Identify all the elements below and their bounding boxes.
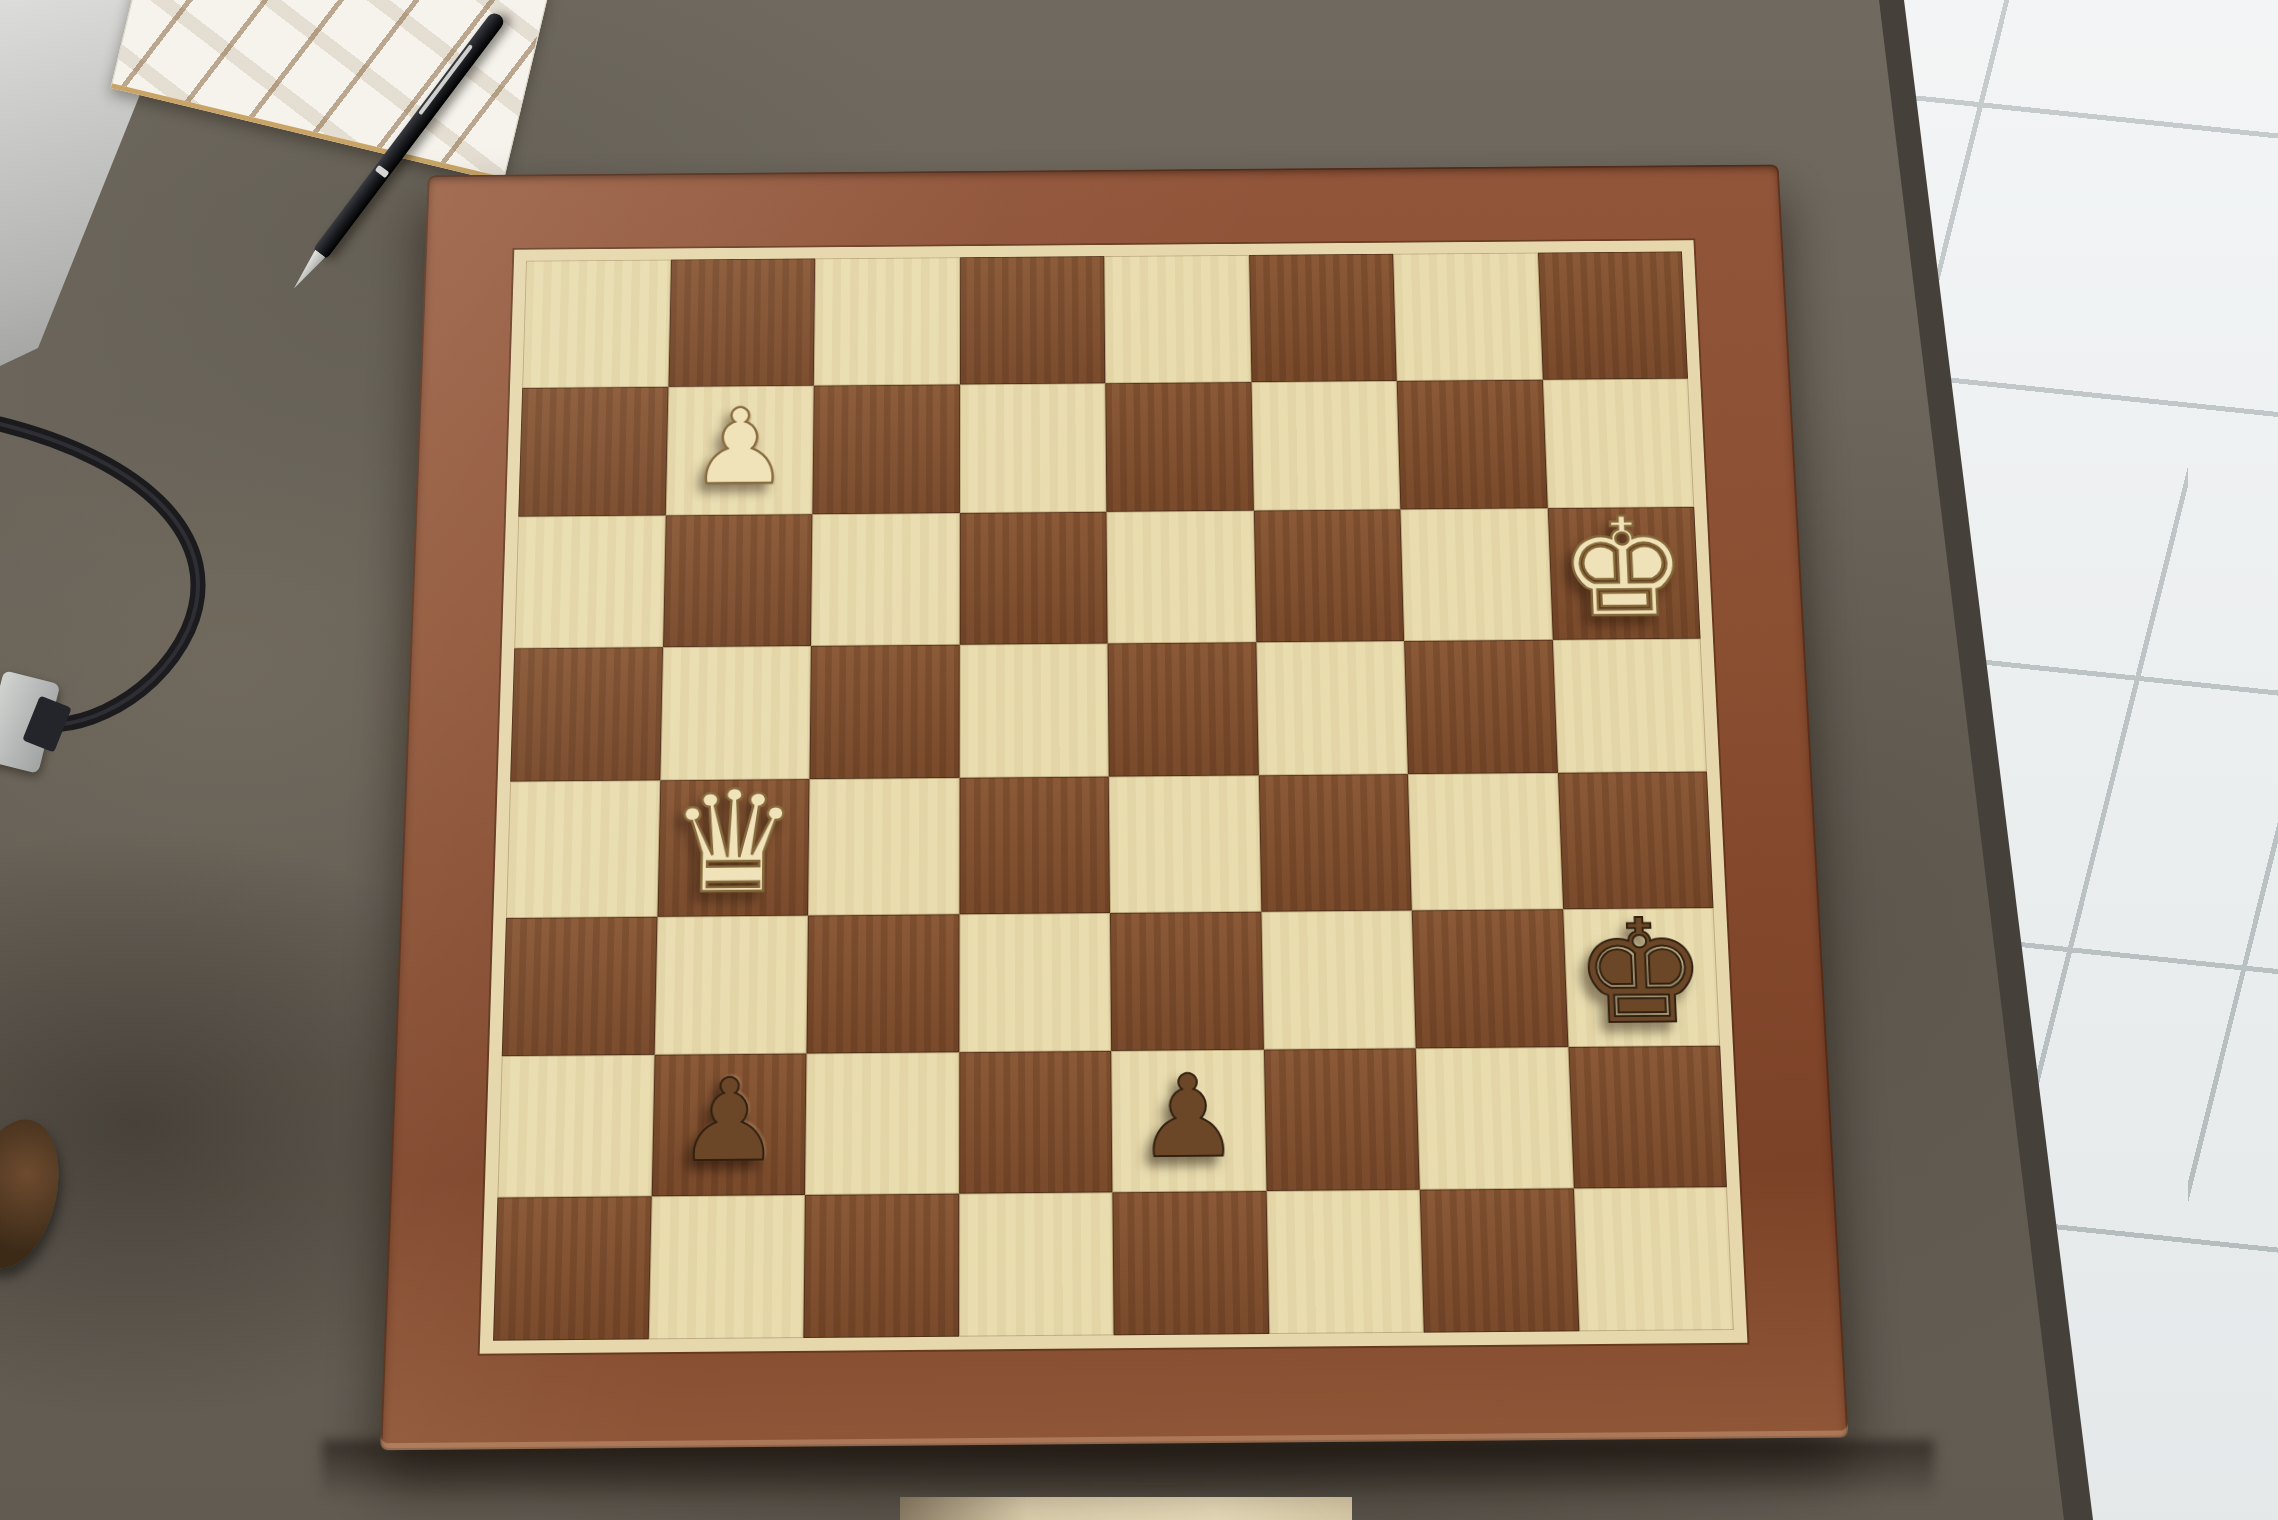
white-pawn-b7: ♟ <box>665 385 813 515</box>
table-pedestal <box>900 1497 1352 1520</box>
chess-board: ♟♚♛♚♟♟ <box>380 165 1848 1451</box>
pieces-layer: ♟♚♛♚♟♟ <box>493 251 1734 1340</box>
board-frame: ♟♚♛♚♟♟ <box>380 165 1848 1451</box>
pawn-glyph: ♟ <box>1136 1060 1242 1174</box>
pawn-glyph: ♟ <box>676 1064 782 1178</box>
black-pawn-b2: ♟ <box>651 1054 806 1196</box>
pen-tip <box>288 249 326 293</box>
king-glyph: ♚ <box>1572 901 1711 1046</box>
king-glyph: ♚ <box>1556 501 1691 638</box>
pen-band <box>375 165 390 178</box>
white-queen-b4: ♛ <box>657 779 809 916</box>
photo-chess-scene: { "game": { "name": "chess", "position":… <box>0 0 2278 1520</box>
white-king-h6: ♚ <box>1547 507 1700 639</box>
black-king-h3: ♚ <box>1563 907 1721 1047</box>
board-playing-area: ♟♚♛♚♟♟ <box>480 240 1748 1353</box>
queen-glyph: ♛ <box>666 772 800 914</box>
board-shadow <box>322 1440 1934 1500</box>
pawn-glyph: ♟ <box>689 395 790 500</box>
black-pawn-e2: ♟ <box>1111 1050 1266 1192</box>
dark-knob <box>0 1110 73 1278</box>
